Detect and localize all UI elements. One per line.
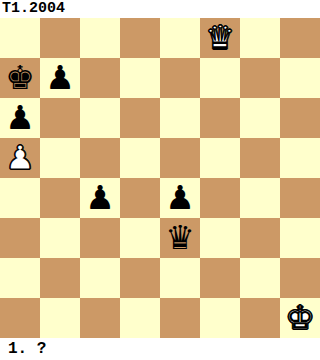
square-h5[interactable] — [280, 138, 320, 178]
square-d6[interactable] — [120, 98, 160, 138]
black-pawn: ♟ — [85, 178, 115, 218]
square-c1[interactable] — [80, 298, 120, 338]
square-d8[interactable] — [120, 18, 160, 58]
square-f2[interactable] — [200, 258, 240, 298]
square-b6[interactable] — [40, 98, 80, 138]
square-h8[interactable] — [280, 18, 320, 58]
square-c5[interactable] — [80, 138, 120, 178]
square-h6[interactable] — [280, 98, 320, 138]
black-king: ♚ — [5, 58, 35, 98]
square-h3[interactable] — [280, 218, 320, 258]
square-e7[interactable] — [160, 58, 200, 98]
square-g8[interactable] — [240, 18, 280, 58]
square-d1[interactable] — [120, 298, 160, 338]
square-c4[interactable]: ♟ — [80, 178, 120, 218]
square-c7[interactable] — [80, 58, 120, 98]
square-b4[interactable] — [40, 178, 80, 218]
square-f8[interactable]: ♛ — [200, 18, 240, 58]
square-b8[interactable] — [40, 18, 80, 58]
square-d3[interactable] — [120, 218, 160, 258]
square-d5[interactable] — [120, 138, 160, 178]
square-c8[interactable] — [80, 18, 120, 58]
square-e4[interactable]: ♟ — [160, 178, 200, 218]
square-b2[interactable] — [40, 258, 80, 298]
square-b1[interactable] — [40, 298, 80, 338]
square-f7[interactable] — [200, 58, 240, 98]
square-e3[interactable]: ♛ — [160, 218, 200, 258]
square-a2[interactable] — [0, 258, 40, 298]
square-e1[interactable] — [160, 298, 200, 338]
square-e8[interactable] — [160, 18, 200, 58]
square-g5[interactable] — [240, 138, 280, 178]
square-g2[interactable] — [240, 258, 280, 298]
square-e2[interactable] — [160, 258, 200, 298]
square-c6[interactable] — [80, 98, 120, 138]
square-f4[interactable] — [200, 178, 240, 218]
move-prompt: 1. ? — [0, 338, 320, 360]
square-h2[interactable] — [280, 258, 320, 298]
white-pawn: ♟ — [5, 138, 35, 178]
square-a4[interactable] — [0, 178, 40, 218]
black-pawn: ♟ — [45, 58, 75, 98]
square-g7[interactable] — [240, 58, 280, 98]
diagram-title: T1.2004 — [0, 0, 320, 18]
square-h4[interactable] — [280, 178, 320, 218]
square-a5[interactable]: ♟ — [0, 138, 40, 178]
square-a8[interactable] — [0, 18, 40, 58]
square-c3[interactable] — [80, 218, 120, 258]
square-g3[interactable] — [240, 218, 280, 258]
square-e5[interactable] — [160, 138, 200, 178]
black-queen: ♛ — [165, 218, 195, 258]
square-e6[interactable] — [160, 98, 200, 138]
square-c2[interactable] — [80, 258, 120, 298]
white-queen: ♛ — [205, 18, 235, 58]
square-g4[interactable] — [240, 178, 280, 218]
square-f1[interactable] — [200, 298, 240, 338]
square-g1[interactable] — [240, 298, 280, 338]
black-pawn: ♟ — [165, 178, 195, 218]
square-a7[interactable]: ♚ — [0, 58, 40, 98]
square-d2[interactable] — [120, 258, 160, 298]
black-pawn: ♟ — [5, 98, 35, 138]
square-a3[interactable] — [0, 218, 40, 258]
square-f6[interactable] — [200, 98, 240, 138]
square-g6[interactable] — [240, 98, 280, 138]
square-h1[interactable]: ♚ — [280, 298, 320, 338]
square-a6[interactable]: ♟ — [0, 98, 40, 138]
square-b3[interactable] — [40, 218, 80, 258]
square-f5[interactable] — [200, 138, 240, 178]
square-f3[interactable] — [200, 218, 240, 258]
square-d4[interactable] — [120, 178, 160, 218]
square-d7[interactable] — [120, 58, 160, 98]
square-b7[interactable]: ♟ — [40, 58, 80, 98]
chess-board: ♛♚♟♟♟♟♟♛♚ — [0, 18, 320, 338]
square-a1[interactable] — [0, 298, 40, 338]
white-king: ♚ — [285, 298, 315, 338]
square-b5[interactable] — [40, 138, 80, 178]
square-h7[interactable] — [280, 58, 320, 98]
